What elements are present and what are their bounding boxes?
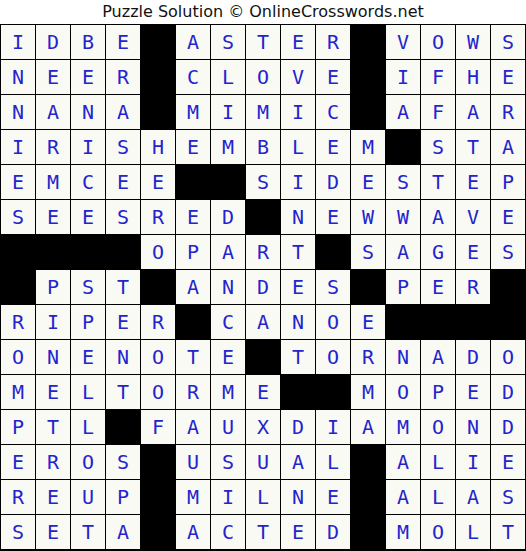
cell-r2c7: L xyxy=(211,60,245,94)
cell-r5c13: T xyxy=(421,165,455,199)
block-cell-r8c11 xyxy=(351,270,385,304)
cell-r2c2: E xyxy=(36,60,70,94)
cell-r15c13: O xyxy=(421,515,455,549)
cell-r4c7: M xyxy=(211,130,245,164)
cell-r3c6: M xyxy=(176,95,210,129)
cell-r10c4: N xyxy=(106,340,140,374)
cell-r3c15: R xyxy=(491,95,525,129)
cell-r9c2: I xyxy=(36,305,70,339)
cell-r13c8: U xyxy=(246,445,280,479)
cell-r6c5: R xyxy=(141,200,175,234)
cell-r14c2: E xyxy=(36,480,70,514)
cell-r5c9: I xyxy=(281,165,315,199)
cell-r4c10: E xyxy=(316,130,350,164)
block-cell-r2c11 xyxy=(351,60,385,94)
cell-r13c7: S xyxy=(211,445,245,479)
cell-r9c9: N xyxy=(281,305,315,339)
cell-r5c14: E xyxy=(456,165,490,199)
cell-r2c14: H xyxy=(456,60,490,94)
cell-r7c8: R xyxy=(246,235,280,269)
cell-r12c12: M xyxy=(386,410,420,444)
block-cell-r14c5 xyxy=(141,480,175,514)
block-cell-r9c14 xyxy=(456,305,490,339)
cell-r15c15: T xyxy=(491,515,525,549)
cell-r9c10: O xyxy=(316,305,350,339)
cell-r15c10: D xyxy=(316,515,350,549)
cell-r12c15: D xyxy=(491,410,525,444)
cell-r10c13: A xyxy=(421,340,455,374)
cell-r1c4: E xyxy=(106,25,140,59)
cell-r2c12: I xyxy=(386,60,420,94)
cell-r1c13: O xyxy=(421,25,455,59)
cell-r8c7: N xyxy=(211,270,245,304)
cell-r8c6: A xyxy=(176,270,210,304)
cell-r10c9: T xyxy=(281,340,315,374)
crossword-grid: IDBEASTERVOWSNEERCLOVEIFHENANAMIMICAFARI… xyxy=(0,24,526,551)
cell-r3c3: N xyxy=(71,95,105,129)
cell-r2c15: E xyxy=(491,60,525,94)
cell-r12c10: I xyxy=(316,410,350,444)
cell-r9c4: E xyxy=(106,305,140,339)
cell-r3c2: A xyxy=(36,95,70,129)
block-cell-r8c5 xyxy=(141,270,175,304)
cell-r15c1: S xyxy=(1,515,35,549)
cell-r14c10: E xyxy=(316,480,350,514)
cell-r3c7: I xyxy=(211,95,245,129)
cell-r15c3: T xyxy=(71,515,105,549)
cell-r14c4: P xyxy=(106,480,140,514)
cell-r6c6: E xyxy=(176,200,210,234)
cell-r2c13: F xyxy=(421,60,455,94)
cell-r11c4: T xyxy=(106,375,140,409)
cell-r13c12: A xyxy=(386,445,420,479)
cell-r14c12: A xyxy=(386,480,420,514)
cell-r12c11: A xyxy=(351,410,385,444)
cell-r5c2: M xyxy=(36,165,70,199)
cell-r6c10: E xyxy=(316,200,350,234)
block-cell-r1c11 xyxy=(351,25,385,59)
cell-r4c5: H xyxy=(141,130,175,164)
block-cell-r7c4 xyxy=(106,235,140,269)
cell-r8c4: T xyxy=(106,270,140,304)
cell-r9c1: R xyxy=(1,305,35,339)
cell-r2c3: E xyxy=(71,60,105,94)
cell-r11c6: R xyxy=(176,375,210,409)
cell-r2c8: O xyxy=(246,60,280,94)
cell-r2c10: E xyxy=(316,60,350,94)
cell-r6c2: E xyxy=(36,200,70,234)
cell-r14c6: M xyxy=(176,480,210,514)
block-cell-r14c11 xyxy=(351,480,385,514)
cell-r8c8: D xyxy=(246,270,280,304)
cell-r4c8: B xyxy=(246,130,280,164)
cell-r12c14: N xyxy=(456,410,490,444)
cell-r4c13: S xyxy=(421,130,455,164)
cell-r4c11: M xyxy=(351,130,385,164)
cell-r12c8: X xyxy=(246,410,280,444)
cell-r14c14: A xyxy=(456,480,490,514)
cell-r3c4: A xyxy=(106,95,140,129)
cell-r15c2: E xyxy=(36,515,70,549)
cell-r1c6: A xyxy=(176,25,210,59)
cell-r15c6: A xyxy=(176,515,210,549)
cell-r4c15: A xyxy=(491,130,525,164)
cell-r14c13: L xyxy=(421,480,455,514)
cell-r12c3: L xyxy=(71,410,105,444)
cell-r1c2: D xyxy=(36,25,70,59)
cell-r1c10: R xyxy=(316,25,350,59)
cell-r5c10: D xyxy=(316,165,350,199)
cell-r14c9: N xyxy=(281,480,315,514)
page-title: Puzzle Solution © OnlineCrosswords.net xyxy=(0,0,526,24)
block-cell-r7c3 xyxy=(71,235,105,269)
cell-r10c12: N xyxy=(386,340,420,374)
cell-r8c2: P xyxy=(36,270,70,304)
cell-r7c6: P xyxy=(176,235,210,269)
cell-r5c15: P xyxy=(491,165,525,199)
cell-r13c6: U xyxy=(176,445,210,479)
cell-r14c8: L xyxy=(246,480,280,514)
cell-r11c5: O xyxy=(141,375,175,409)
block-cell-r11c10 xyxy=(316,375,350,409)
cell-r12c6: A xyxy=(176,410,210,444)
cell-r11c7: M xyxy=(211,375,245,409)
cell-r14c3: U xyxy=(71,480,105,514)
puzzle-solution-page: Puzzle Solution © OnlineCrosswords.net I… xyxy=(0,0,526,551)
cell-r12c2: T xyxy=(36,410,70,444)
block-cell-r9c13 xyxy=(421,305,455,339)
cell-r6c9: N xyxy=(281,200,315,234)
block-cell-r13c11 xyxy=(351,445,385,479)
cell-r1c12: V xyxy=(386,25,420,59)
cell-r3c12: A xyxy=(386,95,420,129)
block-cell-r9c15 xyxy=(491,305,525,339)
block-cell-r15c11 xyxy=(351,515,385,549)
cell-r3c13: F xyxy=(421,95,455,129)
cell-r15c4: A xyxy=(106,515,140,549)
block-cell-r12c4 xyxy=(106,410,140,444)
cell-r13c13: L xyxy=(421,445,455,479)
cell-r10c14: D xyxy=(456,340,490,374)
cell-r10c6: T xyxy=(176,340,210,374)
cell-r7c12: A xyxy=(386,235,420,269)
cell-r13c9: A xyxy=(281,445,315,479)
cell-r6c14: V xyxy=(456,200,490,234)
cell-r7c9: T xyxy=(281,235,315,269)
cell-r4c6: E xyxy=(176,130,210,164)
cell-r6c13: A xyxy=(421,200,455,234)
cell-r15c12: M xyxy=(386,515,420,549)
cell-r1c3: B xyxy=(71,25,105,59)
cell-r13c10: L xyxy=(316,445,350,479)
cell-r11c11: M xyxy=(351,375,385,409)
cell-r11c14: E xyxy=(456,375,490,409)
cell-r3c1: N xyxy=(1,95,35,129)
cell-r10c11: R xyxy=(351,340,385,374)
cell-r2c4: R xyxy=(106,60,140,94)
cell-r7c5: O xyxy=(141,235,175,269)
cell-r5c8: S xyxy=(246,165,280,199)
cell-r10c3: E xyxy=(71,340,105,374)
cell-r9c8: A xyxy=(246,305,280,339)
cell-r9c7: C xyxy=(211,305,245,339)
cell-r4c4: S xyxy=(106,130,140,164)
cell-r5c1: E xyxy=(1,165,35,199)
block-cell-r5c6 xyxy=(176,165,210,199)
cell-r1c1: I xyxy=(1,25,35,59)
cell-r4c2: R xyxy=(36,130,70,164)
cell-r13c1: E xyxy=(1,445,35,479)
cell-r13c3: O xyxy=(71,445,105,479)
block-cell-r8c15 xyxy=(491,270,525,304)
block-cell-r3c11 xyxy=(351,95,385,129)
cell-r15c8: T xyxy=(246,515,280,549)
cell-r13c15: E xyxy=(491,445,525,479)
cell-r5c5: E xyxy=(141,165,175,199)
cell-r2c9: V xyxy=(281,60,315,94)
cell-r5c4: E xyxy=(106,165,140,199)
cell-r12c1: P xyxy=(1,410,35,444)
cell-r12c7: U xyxy=(211,410,245,444)
block-cell-r10c8 xyxy=(246,340,280,374)
cell-r1c14: W xyxy=(456,25,490,59)
cell-r1c9: E xyxy=(281,25,315,59)
cell-r5c11: E xyxy=(351,165,385,199)
cell-r9c5: R xyxy=(141,305,175,339)
cell-r1c7: S xyxy=(211,25,245,59)
cell-r2c1: N xyxy=(1,60,35,94)
cell-r3c14: A xyxy=(456,95,490,129)
cell-r15c14: L xyxy=(456,515,490,549)
block-cell-r7c1 xyxy=(1,235,35,269)
cell-r15c9: E xyxy=(281,515,315,549)
block-cell-r6c8 xyxy=(246,200,280,234)
cell-r5c3: C xyxy=(71,165,105,199)
cell-r12c5: F xyxy=(141,410,175,444)
cell-r10c2: N xyxy=(36,340,70,374)
cell-r6c3: E xyxy=(71,200,105,234)
cell-r14c1: R xyxy=(1,480,35,514)
cell-r10c1: O xyxy=(1,340,35,374)
cell-r4c14: T xyxy=(456,130,490,164)
cell-r11c13: P xyxy=(421,375,455,409)
cell-r6c1: S xyxy=(1,200,35,234)
cell-r9c11: E xyxy=(351,305,385,339)
cell-r15c7: C xyxy=(211,515,245,549)
block-cell-r1c5 xyxy=(141,25,175,59)
cell-r13c4: S xyxy=(106,445,140,479)
cell-r7c7: A xyxy=(211,235,245,269)
cell-r6c12: W xyxy=(386,200,420,234)
block-cell-r9c6 xyxy=(176,305,210,339)
cell-r10c15: O xyxy=(491,340,525,374)
cell-r13c2: R xyxy=(36,445,70,479)
cell-r5c12: S xyxy=(386,165,420,199)
cell-r7c14: E xyxy=(456,235,490,269)
cell-r4c9: L xyxy=(281,130,315,164)
cell-r11c12: O xyxy=(386,375,420,409)
cell-r11c1: M xyxy=(1,375,35,409)
cell-r3c9: I xyxy=(281,95,315,129)
block-cell-r3c5 xyxy=(141,95,175,129)
cell-r11c15: D xyxy=(491,375,525,409)
block-cell-r13c5 xyxy=(141,445,175,479)
block-cell-r11c9 xyxy=(281,375,315,409)
block-cell-r7c10 xyxy=(316,235,350,269)
cell-r6c11: W xyxy=(351,200,385,234)
cell-r6c7: D xyxy=(211,200,245,234)
cell-r10c7: E xyxy=(211,340,245,374)
block-cell-r15c5 xyxy=(141,515,175,549)
cell-r7c11: S xyxy=(351,235,385,269)
cell-r8c9: E xyxy=(281,270,315,304)
block-cell-r7c2 xyxy=(36,235,70,269)
cell-r6c4: S xyxy=(106,200,140,234)
cell-r8c13: E xyxy=(421,270,455,304)
cell-r4c1: I xyxy=(1,130,35,164)
cell-r4c3: I xyxy=(71,130,105,164)
cell-r10c5: O xyxy=(141,340,175,374)
block-cell-r2c5 xyxy=(141,60,175,94)
cell-r11c2: E xyxy=(36,375,70,409)
cell-r8c12: P xyxy=(386,270,420,304)
cell-r12c9: D xyxy=(281,410,315,444)
cell-r1c15: S xyxy=(491,25,525,59)
cell-r12c13: O xyxy=(421,410,455,444)
cell-r8c14: R xyxy=(456,270,490,304)
cell-r1c8: T xyxy=(246,25,280,59)
block-cell-r8c1 xyxy=(1,270,35,304)
cell-r10c10: O xyxy=(316,340,350,374)
cell-r11c8: E xyxy=(246,375,280,409)
cell-r8c3: S xyxy=(71,270,105,304)
cell-r3c8: M xyxy=(246,95,280,129)
cell-r14c15: S xyxy=(491,480,525,514)
cell-r14c7: I xyxy=(211,480,245,514)
block-cell-r4c12 xyxy=(386,130,420,164)
block-cell-r9c12 xyxy=(386,305,420,339)
cell-r7c15: S xyxy=(491,235,525,269)
cell-r8c10: S xyxy=(316,270,350,304)
cell-r2c6: C xyxy=(176,60,210,94)
cell-r11c3: L xyxy=(71,375,105,409)
cell-r6c15: E xyxy=(491,200,525,234)
cell-r9c3: P xyxy=(71,305,105,339)
cell-r13c14: I xyxy=(456,445,490,479)
block-cell-r5c7 xyxy=(211,165,245,199)
cell-r3c10: C xyxy=(316,95,350,129)
cell-r7c13: G xyxy=(421,235,455,269)
